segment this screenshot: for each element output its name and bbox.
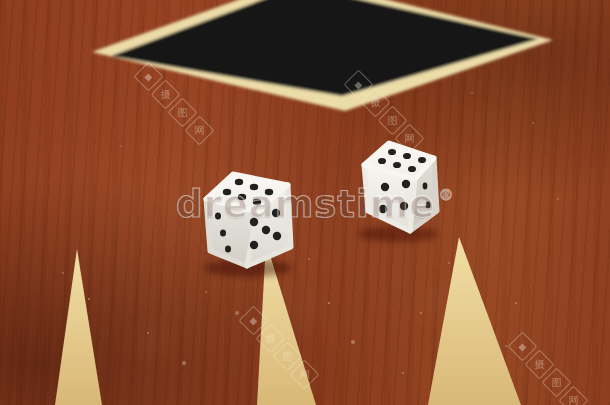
pip — [250, 218, 258, 226]
point-triangle-1 — [55, 249, 102, 405]
pip — [253, 199, 261, 205]
diamond-inlay-fill — [111, 0, 538, 96]
board-graphics — [0, 0, 610, 405]
pip — [402, 180, 410, 188]
die-right — [358, 143, 438, 242]
pip — [265, 189, 273, 195]
points-group — [55, 237, 521, 405]
pip — [381, 183, 389, 191]
pip — [418, 157, 426, 163]
pip — [423, 183, 428, 190]
pip — [426, 202, 431, 209]
die-right-shadow — [358, 226, 438, 242]
pip — [220, 229, 226, 236]
pip — [262, 226, 270, 234]
pip — [403, 153, 411, 159]
pip — [225, 245, 231, 252]
diamond-inlay — [92, 0, 553, 111]
pip — [250, 241, 258, 249]
pip — [379, 205, 387, 213]
pip — [408, 166, 416, 172]
pip — [378, 158, 386, 164]
pip — [393, 162, 401, 168]
pip — [215, 212, 221, 219]
pip — [223, 189, 231, 195]
pip — [238, 194, 246, 200]
pip — [273, 232, 281, 240]
pip — [400, 202, 408, 210]
die-left — [204, 174, 292, 277]
pip — [388, 149, 396, 155]
pip — [250, 184, 258, 190]
pip — [235, 179, 243, 185]
pip — [272, 209, 280, 217]
point-triangle-3 — [428, 237, 521, 405]
backgammon-board-photo: dreamstime® ◆ 摄 图 网 ◆ 摄 图 网 ◆ 摄 图 网 ◆ 摄 … — [0, 0, 610, 405]
